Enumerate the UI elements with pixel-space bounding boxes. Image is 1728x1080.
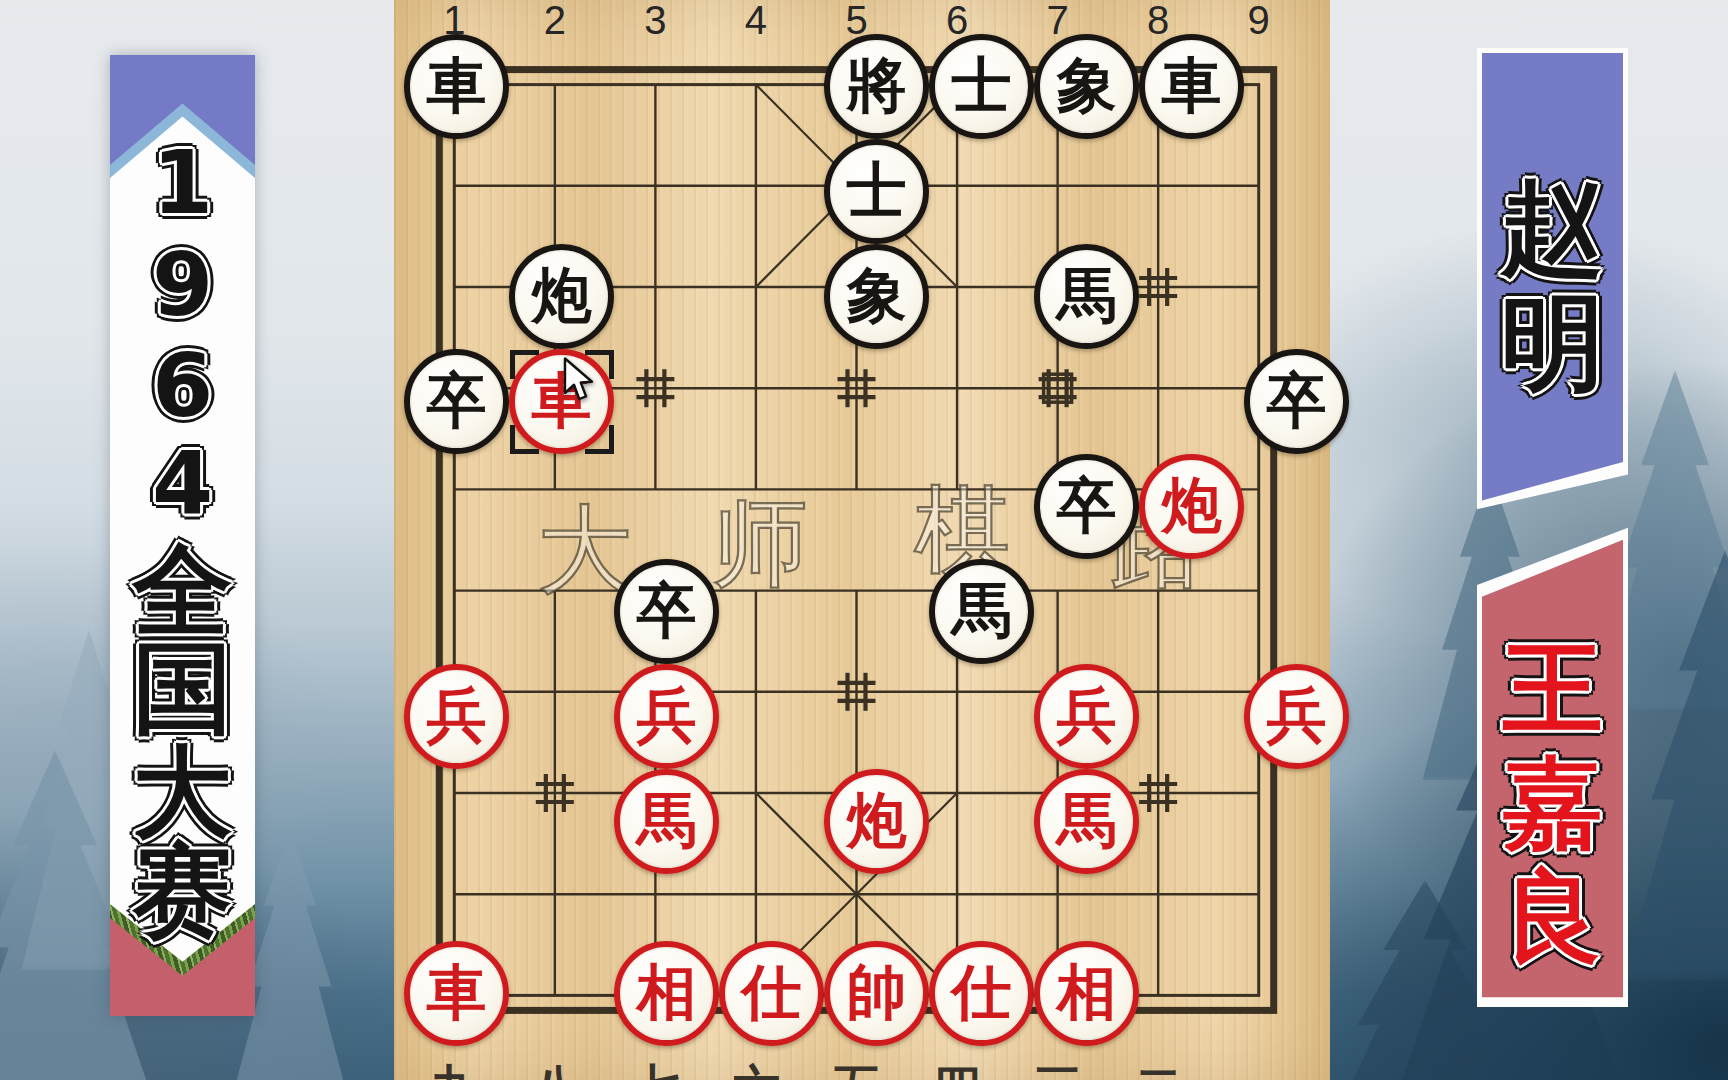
red-piece-馬[interactable]: 馬	[1034, 769, 1139, 874]
piece-glyph: 卒	[427, 370, 487, 430]
board-cell: 象	[824, 244, 929, 349]
file-label-top: 6	[946, 0, 968, 42]
file-label-top: 1	[443, 0, 465, 42]
piece-glyph: 卒	[1057, 475, 1117, 535]
black-player-name-char: 明	[1501, 275, 1605, 415]
file-label-bottom: 九	[430, 1060, 478, 1080]
tournament-title-char: 1	[152, 131, 213, 234]
black-piece-卒[interactable]: 卒	[404, 349, 509, 454]
tournament-title-char: 6	[152, 334, 213, 437]
board-cell: 卒	[1034, 454, 1139, 559]
mouse-cursor-icon	[562, 356, 598, 406]
board-cell: 象	[1034, 34, 1139, 139]
file-label-top: 9	[1248, 0, 1270, 42]
board-cell: 兵	[614, 664, 719, 769]
file-label-top: 4	[745, 0, 767, 42]
board-cell: 仕	[719, 941, 824, 1046]
black-piece-馬[interactable]: 馬	[929, 559, 1034, 664]
red-piece-兵[interactable]: 兵	[614, 664, 719, 769]
board-cell: 炮	[509, 244, 614, 349]
black-piece-將[interactable]: 將	[824, 34, 929, 139]
board-cell: 馬	[1034, 769, 1139, 874]
board-cell: 卒	[1244, 349, 1349, 454]
tournament-title-char: 赛	[133, 825, 233, 960]
tournament-title-char: 9	[152, 233, 213, 336]
red-piece-帥[interactable]: 帥	[824, 941, 929, 1046]
piece-glyph: 炮	[532, 265, 592, 325]
piece-glyph: 仕	[742, 962, 802, 1022]
board-cell: 相	[614, 941, 719, 1046]
piece-grid: 車將士象車士炮象馬卒車卒卒炮卒馬兵兵兵兵馬炮馬車相仕帥仕相	[404, 34, 1309, 1046]
board-cell: 將	[824, 34, 929, 139]
piece-glyph: 馬	[1057, 265, 1117, 325]
red-piece-相[interactable]: 相	[614, 941, 719, 1046]
piece-glyph: 馬	[637, 790, 697, 850]
black-piece-炮[interactable]: 炮	[509, 244, 614, 349]
board-cell: 仕	[929, 941, 1034, 1046]
black-piece-卒[interactable]: 卒	[1244, 349, 1349, 454]
board-cell: 炮	[824, 769, 929, 874]
file-label-bottom: 三	[1034, 1060, 1082, 1080]
piece-glyph: 兵	[427, 685, 487, 745]
red-piece-仕[interactable]: 仕	[719, 941, 824, 1046]
piece-glyph: 兵	[637, 685, 697, 745]
board-cell: 馬	[1034, 244, 1139, 349]
file-label-bottom: 四	[933, 1060, 981, 1080]
piece-glyph: 卒	[1267, 370, 1327, 430]
board-cell: 車	[1139, 34, 1244, 139]
file-label-top: 8	[1147, 0, 1169, 42]
black-piece-士[interactable]: 士	[929, 34, 1034, 139]
red-piece-兵[interactable]: 兵	[1034, 664, 1139, 769]
board-cell: 士	[824, 139, 929, 244]
red-piece-炮[interactable]: 炮	[824, 769, 929, 874]
board-cell: 炮	[1139, 454, 1244, 559]
board-cell: 相	[1034, 941, 1139, 1046]
red-piece-兵[interactable]: 兵	[1244, 664, 1349, 769]
board-cell: 卒	[614, 559, 719, 664]
file-label-bottom: 一	[1235, 1060, 1283, 1080]
red-piece-仕[interactable]: 仕	[929, 941, 1034, 1046]
red-piece-車[interactable]: 車	[404, 941, 509, 1046]
file-label-top: 5	[845, 0, 867, 42]
file-label-top: 3	[644, 0, 666, 42]
black-piece-車[interactable]: 車	[1139, 34, 1244, 139]
tournament-ribbon: 1964全国大赛	[110, 55, 255, 1016]
piece-glyph: 兵	[1267, 685, 1327, 745]
black-piece-卒[interactable]: 卒	[614, 559, 719, 664]
board-cell: 卒	[404, 349, 509, 454]
piece-glyph: 士	[952, 55, 1012, 115]
black-piece-車[interactable]: 車	[404, 34, 509, 139]
black-piece-象[interactable]: 象	[824, 244, 929, 349]
piece-glyph: 帥	[847, 962, 907, 1022]
piece-glyph: 卒	[637, 580, 697, 640]
piece-glyph: 炮	[847, 790, 907, 850]
red-player-name-char: 良	[1503, 851, 1603, 986]
file-label-bottom: 五	[833, 1060, 881, 1080]
board-cell: 馬	[929, 559, 1034, 664]
piece-glyph: 象	[847, 265, 907, 325]
board-cell: 車	[404, 34, 509, 139]
piece-glyph: 車	[1162, 55, 1222, 115]
piece-glyph: 車	[427, 962, 487, 1022]
board-cell: 兵	[1034, 664, 1139, 769]
board-cell: 兵	[404, 664, 509, 769]
black-piece-士[interactable]: 士	[824, 139, 929, 244]
red-piece-炮[interactable]: 炮	[1139, 454, 1244, 559]
tournament-title-char: 4	[152, 432, 213, 535]
file-label-top: 7	[1046, 0, 1068, 42]
piece-glyph: 將	[847, 55, 907, 115]
file-label-top: 2	[544, 0, 566, 42]
piece-glyph: 相	[637, 962, 697, 1022]
board-cell: 士	[929, 34, 1034, 139]
piece-glyph: 象	[1057, 55, 1117, 115]
board-cell: 兵	[1244, 664, 1349, 769]
piece-glyph: 相	[1057, 962, 1117, 1022]
red-piece-馬[interactable]: 馬	[614, 769, 719, 874]
board-cell: 帥	[824, 941, 929, 1046]
piece-glyph: 士	[847, 160, 907, 220]
piece-glyph: 炮	[1162, 475, 1222, 535]
file-label-bottom: 八	[531, 1060, 579, 1080]
board-cell: 馬	[614, 769, 719, 874]
piece-glyph: 馬	[1057, 790, 1117, 850]
red-piece-兵[interactable]: 兵	[404, 664, 509, 769]
black-piece-象[interactable]: 象	[1034, 34, 1139, 139]
black-piece-卒[interactable]: 卒	[1034, 454, 1139, 559]
xiangqi-board[interactable]: 大师棋路 車將士象車士炮象馬卒車卒卒炮卒馬兵兵兵兵馬炮馬車相仕帥仕相 12345…	[404, 34, 1309, 1046]
file-label-bottom: 六	[732, 1060, 780, 1080]
black-piece-馬[interactable]: 馬	[1034, 244, 1139, 349]
file-label-bottom: 七	[631, 1060, 679, 1080]
xiangqi-app: 大师棋路 車將士象車士炮象馬卒車卒卒炮卒馬兵兵兵兵馬炮馬車相仕帥仕相 12345…	[0, 0, 1728, 1080]
piece-glyph: 仕	[952, 962, 1012, 1022]
red-piece-相[interactable]: 相	[1034, 941, 1139, 1046]
piece-glyph: 兵	[1057, 685, 1117, 745]
piece-glyph: 馬	[952, 580, 1012, 640]
piece-glyph: 車	[427, 55, 487, 115]
file-label-bottom: 二	[1134, 1060, 1182, 1080]
board-cell: 車	[404, 941, 509, 1046]
